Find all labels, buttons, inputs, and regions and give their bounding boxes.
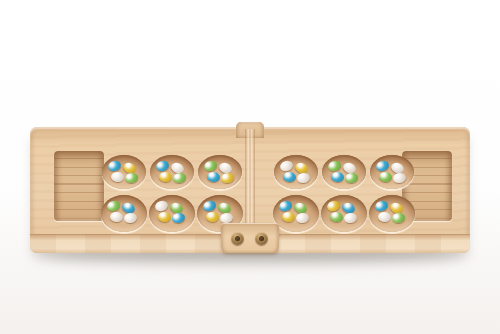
bead-yellow: [220, 172, 235, 184]
bead-blue: [107, 159, 122, 173]
pit-cell: [369, 193, 415, 233]
bead-green: [172, 172, 187, 184]
bead-green: [106, 199, 121, 213]
pit-cell: [369, 153, 415, 191]
bead-blue: [207, 171, 221, 182]
pit-bottom-2[interactable]: [149, 195, 195, 232]
bead-green: [124, 172, 139, 184]
bead-blue: [171, 211, 186, 223]
bead-blue: [278, 199, 293, 213]
bead-white: [295, 211, 310, 223]
pit-cell: [417, 153, 481, 191]
pit-top-5[interactable]: [322, 155, 366, 189]
bead-blue: [202, 199, 217, 213]
pit-cell: [101, 153, 147, 191]
bead-yellow: [282, 211, 296, 222]
bead-yellow: [326, 199, 341, 213]
bead-white: [219, 211, 234, 223]
bead-yellow: [159, 171, 173, 182]
product-photo-scene: [0, 0, 500, 334]
front-hinge-block: [221, 223, 279, 253]
bead-white: [296, 172, 311, 184]
bead-white: [123, 211, 138, 223]
pit-cell: [149, 153, 195, 191]
bead-white: [378, 211, 392, 222]
bead-white: [111, 171, 125, 182]
bead-blue: [331, 171, 345, 182]
bead-yellow: [158, 211, 172, 222]
pit-top-4[interactable]: [274, 155, 318, 189]
hinge-grommet: [231, 232, 244, 245]
pit-top-1[interactable]: [102, 155, 146, 189]
bead-white: [392, 172, 407, 184]
bead-green: [327, 159, 342, 173]
hinge-grommet: [255, 232, 268, 245]
bead-white: [343, 211, 358, 223]
bead-green: [379, 171, 393, 182]
bead-blue: [374, 199, 389, 213]
pits-grid: [30, 127, 470, 235]
pit-cell: [321, 153, 367, 191]
pit-top-2[interactable]: [150, 155, 194, 189]
pit-bottom-5[interactable]: [321, 195, 367, 232]
pit-cell: [101, 193, 147, 233]
bead-green: [330, 211, 344, 222]
pit-bottom-6[interactable]: [369, 195, 415, 232]
bead-green: [344, 172, 359, 184]
pit-bottom-1[interactable]: [101, 195, 147, 232]
bead-yellow: [206, 211, 220, 222]
bead-blue: [155, 159, 170, 173]
pit-top-6[interactable]: [370, 155, 414, 189]
pit-cell: [417, 193, 481, 233]
pit-cell: [35, 193, 99, 233]
pit-cell: [273, 153, 319, 191]
pit-top-3[interactable]: [198, 155, 242, 189]
bead-blue: [375, 159, 390, 173]
pit-cell: [321, 193, 367, 233]
pit-cell: [245, 153, 271, 191]
bead-white: [154, 199, 169, 213]
pit-cell: [149, 193, 195, 233]
mancala-board: [30, 127, 470, 253]
pit-cell: [197, 153, 243, 191]
bead-white: [279, 159, 294, 173]
pit-cell: [35, 153, 99, 191]
pit-bottom-4[interactable]: [273, 195, 319, 232]
bead-white: [110, 211, 124, 222]
bead-blue: [283, 171, 297, 182]
bead-green: [203, 159, 218, 173]
bead-green: [391, 211, 406, 223]
pit-cell: [273, 193, 319, 233]
